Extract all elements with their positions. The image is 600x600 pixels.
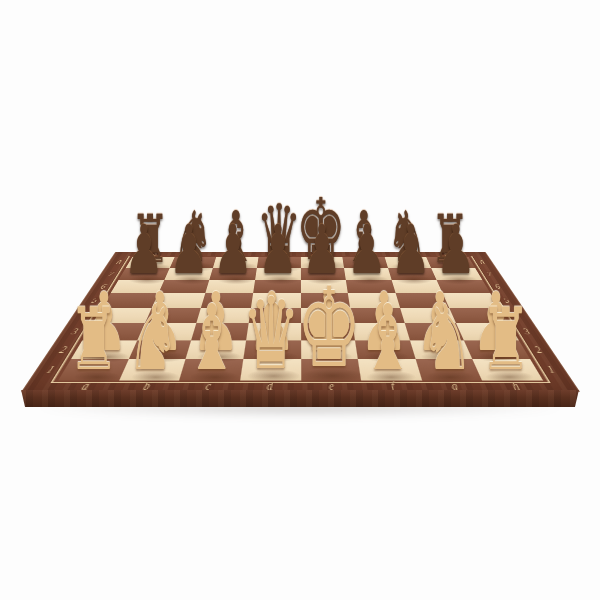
board-front-edge [20,390,580,407]
piece-white-bishop-c1[interactable]: ♝ [185,293,238,383]
piece-white-rook-a1[interactable]: ♜ [68,298,119,384]
rank-label-left-1: 1 [43,364,56,375]
rank-label-right-1: 1 [544,364,557,375]
piece-white-knight-g1[interactable]: ♞ [421,293,474,383]
piece-white-knight-b1[interactable]: ♞ [126,293,179,383]
rank-label-right-2: 2 [532,344,544,354]
piece-white-king-e1[interactable]: ♚ [297,273,362,383]
piece-white-queen-d1[interactable]: ♛ [241,284,300,383]
rank-label-left-8: 8 [114,259,122,265]
rank-label-right-8: 8 [478,259,486,265]
piece-white-bishop-f1[interactable]: ♝ [362,293,415,383]
piece-white-rook-h1[interactable]: ♜ [481,298,532,384]
rank-label-left-2: 2 [57,344,69,354]
